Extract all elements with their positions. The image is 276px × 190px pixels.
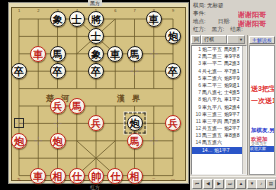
piece-black-象[interactable]: 象 [50,11,66,27]
move-list-scrollbar[interactable] [242,46,246,174]
move-row[interactable]: 2馬二進三車9平8 [192,53,246,60]
game-info-line2: 事件: [193,9,243,17]
file-coord-bottom: 二 [152,178,156,182]
piece-red-車[interactable]: 車 [30,46,46,62]
piece-red-相[interactable]: 相 [50,168,66,184]
move-row[interactable]: 5車二進六炮8平9 [192,75,246,82]
file-coord-top: 2 [37,9,39,13]
move-row[interactable]: 7馬八進七士4進5 [192,89,246,96]
move-row[interactable]: 12兵五進一炮2平7 [192,125,246,132]
file-coord-top: 9 [172,9,174,13]
game-info-line3: 地点: 日期: [193,17,243,25]
file-coord-top: 7 [133,9,135,13]
move-row[interactable]: 9車九平八炮2進4 [192,104,246,111]
selected-piece-marker [124,113,145,134]
piece-black-卒[interactable]: 卒 [11,63,27,79]
piece-black-將[interactable]: 將 [88,11,104,27]
next-move-button[interactable]: ▶ [214,179,224,189]
chevron-down-icon[interactable]: ▼ [238,36,244,43]
piece-red-仕[interactable]: 仕 [107,168,123,184]
move-row[interactable]: 1炮二平五馬8進7 [192,46,246,53]
announcement-line-3: 加棋友,另 [251,127,275,134]
move-row-selected[interactable]: 14… 炮1平7 [192,147,246,154]
last-move-origin-marker [14,118,24,128]
piece-red-車[interactable]: 車 [30,168,46,184]
game-info-block: 棋局: 无标题事件:地点: 日期:红方: 黑方: 结果: [193,1,243,33]
piece-red-兵[interactable]: 兵 [88,115,104,131]
file-coord-top: 1 [18,9,20,13]
move-row[interactable]: 8炮八平九車1平2 [192,96,246,103]
piece-red-炮[interactable]: 炮 [11,133,27,149]
piece-black-士[interactable]: 士 [69,11,85,27]
piece-red-仕[interactable]: 仕 [69,168,85,184]
header-moves: 行棋 [201,35,227,44]
game-info-line4: 红方: 黑方: 结果: [193,25,243,33]
last-move-button[interactable]: ⏭ [225,179,235,189]
piece-red-馬[interactable]: 馬 [127,133,143,149]
piece-black-卒[interactable]: 卒 [88,63,104,79]
replay-toolbar: ⏮◀▶⏭▲▼♪▤ [190,176,276,190]
move-row[interactable]: 13馬三進五車8進8 [192,132,246,139]
stream-thanks-overlay: 谢谢阳哥谢谢阳哥 [238,10,276,28]
piece-black-車[interactable]: 車 [146,11,162,27]
piece-black-馬[interactable]: 馬 [50,46,66,62]
move-row[interactable]: 14馬五進六 [192,139,246,146]
piece-black-象[interactable]: 象 [88,46,104,62]
game-info-line1: 棋局: 无标题 [193,1,243,9]
header-round: 回 [191,35,201,44]
red-side-label: 红方 [88,184,102,190]
move-list-header: 回 行棋 ▼ [191,35,247,44]
move-row[interactable]: 10車三進三炮9平7 [192,111,246,118]
announcement-line-2: 一次送1 [251,96,275,106]
move-row[interactable]: 4兵七進一卒7進1 [192,68,246,75]
piece-black-卒[interactable]: 卒 [50,63,66,79]
file-coord-top: 6 [114,9,116,13]
piece-red-兵[interactable]: 兵 [165,115,181,131]
sound-button[interactable]: ♪ [256,179,266,189]
side-panel: 棋局: 无标题事件:地点: 日期:红方: 黑方: 结果: 谢谢阳哥谢谢阳哥 回 … [190,0,276,190]
piece-red-帥[interactable]: 帥 [88,168,104,184]
river-label-han: 漢界 [117,93,147,104]
move-row[interactable]: 6車二平三炮9退1 [192,82,246,89]
scroll-up-button[interactable]: ▲ [236,179,246,189]
move-row[interactable]: 3車一平二馬2進3 [192,60,246,67]
piece-black-炮[interactable]: 炮 [165,28,181,44]
menu-button[interactable]: ▤ [266,179,276,189]
xiangqi-board-window: 123456789 九八七六五四三二一 楚河 漢界 象士將車士炮車馬象車馬卒卒卒… [8,2,189,184]
overlay-line: 谢谢阳哥 [238,19,276,28]
piece-black-馬[interactable]: 馬 [127,46,143,62]
piece-black-卒[interactable]: 卒 [165,63,181,79]
piece-red-兵[interactable]: 兵 [50,98,66,114]
overlay-line: 谢谢阳哥 [238,10,276,19]
move-list-filter-combo[interactable]: ▼ [227,35,245,44]
piece-red-相[interactable]: 相 [127,168,143,184]
black-side-label: 黑方 [88,0,102,6]
first-move-button[interactable]: ⏮ [192,179,202,189]
file-coord-bottom: 九 [17,178,21,182]
file-coord-bottom: 一 [171,178,175,182]
move-row[interactable]: 11車三平四馬7進8 [192,118,246,125]
panel-divider [247,35,248,175]
prev-move-button[interactable]: ◀ [203,179,213,189]
mini-list-selected-row[interactable]: 欢迎大家 [250,146,274,152]
piece-red-馬[interactable]: 馬 [69,98,85,114]
piece-black-士[interactable]: 士 [88,28,104,44]
piece-red-炮[interactable]: 炮 [50,133,66,149]
announcement-line-1: 送3把宝 [251,84,275,94]
commentary-panel: 送3把宝 一次送1 加棋友,另 欢迎加 交流为主 欢迎大家 [249,45,275,175]
piece-black-車[interactable]: 車 [107,46,123,62]
move-list[interactable]: 1炮二平五馬8進7 2馬二進三車9平8 3車一平二馬2進3 4兵七進一卒7進1 … [191,45,247,175]
tab-commentary-board[interactable]: 主解说板 [249,36,275,44]
